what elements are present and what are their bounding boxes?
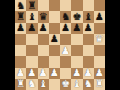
piece-black-knight-icon[interactable]: ♞ — [61, 11, 70, 21]
square-g5[interactable] — [83, 34, 94, 45]
piece-black-king-icon[interactable]: ♚ — [72, 11, 81, 21]
square-a1[interactable]: ♜ — [15, 79, 26, 90]
square-a4[interactable] — [15, 45, 26, 56]
piece-black-pawn-icon[interactable]: ♟ — [39, 23, 48, 33]
square-b5[interactable] — [26, 34, 37, 45]
piece-black-pawn-icon[interactable]: ♟ — [84, 23, 93, 33]
piece-black-pawn-icon[interactable]: ♟ — [16, 23, 25, 33]
square-g4[interactable] — [83, 45, 94, 56]
letterbox-right — [105, 0, 120, 90]
piece-white-pawn-icon[interactable]: ♟ — [39, 68, 48, 78]
piece-black-pawn-icon[interactable]: ♟ — [72, 23, 81, 33]
piece-black-rook-icon[interactable]: ♜ — [27, 0, 36, 10]
square-a6[interactable]: ♟ — [15, 23, 26, 34]
square-a5[interactable] — [15, 34, 26, 45]
piece-white-bishop-icon[interactable]: ♝ — [39, 79, 48, 89]
piece-black-pawn-icon[interactable]: ♟ — [27, 23, 36, 33]
square-h4[interactable] — [94, 45, 105, 56]
square-b6[interactable]: ♟ — [26, 23, 37, 34]
piece-black-pawn-icon[interactable]: ♟ — [61, 23, 70, 33]
piece-white-bishop-icon[interactable]: ♝ — [72, 79, 81, 89]
piece-white-queen-icon[interactable]: ♛ — [95, 34, 104, 44]
square-d2[interactable]: ♟ — [49, 68, 60, 79]
square-e1[interactable]: ♚ — [60, 79, 71, 90]
square-e6[interactable]: ♟ — [60, 23, 71, 34]
letterbox-left — [0, 0, 15, 90]
square-e3[interactable] — [60, 56, 71, 67]
piece-black-pawn-icon[interactable]: ♟ — [50, 34, 59, 44]
square-d7[interactable] — [49, 11, 60, 22]
piece-white-king-icon[interactable]: ♚ — [61, 79, 70, 89]
square-g6[interactable]: ♟ — [83, 23, 94, 34]
square-c5[interactable] — [38, 34, 49, 45]
square-b1[interactable]: ♞ — [26, 79, 37, 90]
square-g1[interactable]: ♞ — [83, 79, 94, 90]
square-d8[interactable] — [49, 0, 60, 11]
piece-black-knight-icon[interactable]: ♞ — [16, 0, 25, 10]
piece-white-rook-icon[interactable]: ♜ — [95, 79, 104, 89]
square-h7[interactable]: ♟ — [94, 11, 105, 22]
piece-black-rook-icon[interactable]: ♜ — [16, 11, 25, 21]
square-f5[interactable] — [71, 34, 82, 45]
square-d1[interactable] — [49, 79, 60, 90]
square-b4[interactable] — [26, 45, 37, 56]
square-d5[interactable]: ♟ — [49, 34, 60, 45]
piece-white-knight-icon[interactable]: ♞ — [27, 79, 36, 89]
square-h1[interactable]: ♜ — [94, 79, 105, 90]
square-c6[interactable]: ♟ — [38, 23, 49, 34]
piece-white-pawn-icon[interactable]: ♟ — [16, 68, 25, 78]
piece-black-bishop-icon[interactable]: ♝ — [27, 11, 36, 21]
square-c4[interactable] — [38, 45, 49, 56]
chess-board: ♞♜♜♝♛♞♚♝♟♟♟♟♟♟♟♟♛♟♟♟♟♟♟♟♟♜♞♝♚♝♞♜ — [15, 0, 105, 90]
square-f6[interactable]: ♟ — [71, 23, 82, 34]
square-f1[interactable]: ♝ — [71, 79, 82, 90]
square-c1[interactable]: ♝ — [38, 79, 49, 90]
piece-white-pawn-icon[interactable]: ♟ — [61, 45, 70, 55]
piece-white-rook-icon[interactable]: ♜ — [16, 79, 25, 89]
piece-black-bishop-icon[interactable]: ♝ — [84, 11, 93, 21]
square-d4[interactable] — [49, 45, 60, 56]
piece-white-pawn-icon[interactable]: ♟ — [95, 68, 104, 78]
piece-white-pawn-icon[interactable]: ♟ — [27, 68, 36, 78]
piece-white-pawn-icon[interactable]: ♟ — [84, 68, 93, 78]
piece-black-queen-icon[interactable]: ♛ — [39, 11, 48, 21]
piece-white-pawn-icon[interactable]: ♟ — [50, 68, 59, 78]
square-h5[interactable]: ♛ — [94, 34, 105, 45]
piece-black-pawn-icon[interactable]: ♟ — [95, 11, 104, 21]
square-e4[interactable]: ♟ — [60, 45, 71, 56]
piece-white-pawn-icon[interactable]: ♟ — [72, 68, 81, 78]
piece-white-knight-icon[interactable]: ♞ — [84, 79, 93, 89]
square-f4[interactable] — [71, 45, 82, 56]
